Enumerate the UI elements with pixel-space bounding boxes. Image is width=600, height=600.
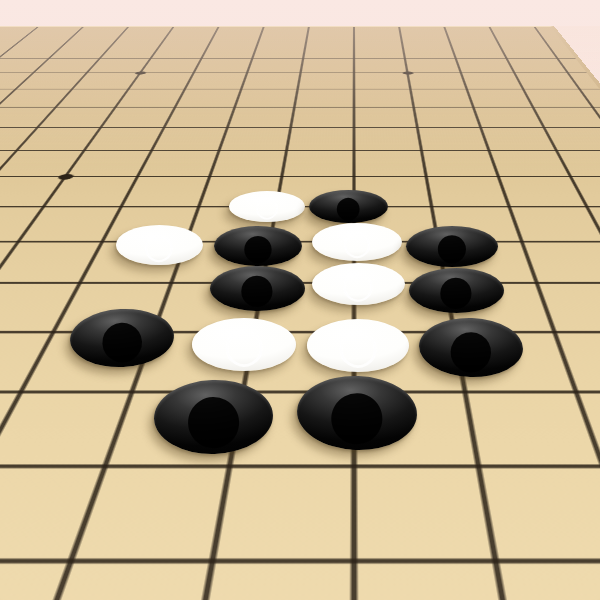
stone-black[interactable]: ●: [210, 266, 305, 311]
stone-black[interactable]: ●: [309, 190, 388, 223]
white-stone-glyph: ○: [192, 318, 296, 371]
black-stone-glyph: ●: [296, 374, 419, 452]
black-stone-glyph: ●: [409, 268, 504, 313]
stone-black[interactable]: ●: [409, 268, 504, 313]
stone-white[interactable]: ○: [312, 223, 402, 261]
white-stone-glyph: ○: [312, 223, 402, 261]
stone-black[interactable]: ●: [214, 226, 302, 266]
stone-black[interactable]: ●: [296, 374, 419, 452]
stone-white[interactable]: ○: [229, 191, 305, 222]
white-stone-glyph: ○: [116, 225, 203, 265]
stone-black[interactable]: ●: [69, 306, 176, 369]
stone-white[interactable]: ○: [116, 225, 203, 265]
black-stone-glyph: ●: [214, 226, 302, 266]
photo-frame: ○●○●○●●○●●○○●●●: [0, 0, 600, 600]
stone-white[interactable]: ○: [312, 263, 405, 305]
black-stone-glyph: ●: [418, 316, 524, 379]
black-stone-glyph: ●: [152, 378, 274, 456]
black-stone-glyph: ●: [309, 190, 388, 223]
stones-layer: ○●○●○●●○●●○○●●●: [0, 0, 600, 600]
black-stone-glyph: ●: [406, 226, 498, 267]
white-stone-glyph: ○: [312, 263, 405, 305]
stone-black[interactable]: ●: [152, 378, 274, 456]
white-stone-glyph: ○: [307, 319, 409, 372]
black-stone-glyph: ●: [210, 266, 305, 311]
stone-black[interactable]: ●: [418, 316, 524, 379]
stone-white[interactable]: ○: [192, 318, 296, 371]
stone-black[interactable]: ●: [406, 226, 498, 267]
stone-white[interactable]: ○: [307, 319, 409, 372]
black-stone-glyph: ●: [69, 306, 176, 369]
white-stone-glyph: ○: [229, 191, 305, 222]
